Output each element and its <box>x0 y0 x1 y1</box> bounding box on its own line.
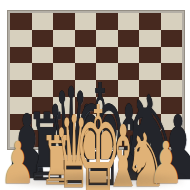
board-square <box>118 13 140 30</box>
board-square <box>96 13 118 30</box>
board-square <box>10 63 32 80</box>
ground-shadow <box>8 171 184 187</box>
board-square <box>32 13 54 30</box>
board-square <box>10 30 32 47</box>
board-square <box>118 30 140 47</box>
board-square <box>32 30 54 47</box>
board-square <box>161 30 183 47</box>
board-square <box>10 13 32 30</box>
board-square <box>53 13 75 30</box>
board-square <box>161 13 183 30</box>
board-square <box>75 13 97 30</box>
board-square <box>139 13 161 30</box>
board-square <box>96 30 118 47</box>
board-square <box>139 30 161 47</box>
board-square <box>139 47 161 64</box>
board-square <box>10 47 32 64</box>
board-square <box>53 30 75 47</box>
chess-set-photo: ♟♜♛♚♝♞♟♟♜♛♚♝♞♟ <box>0 0 190 190</box>
board-square <box>75 30 97 47</box>
board-square <box>161 47 183 64</box>
